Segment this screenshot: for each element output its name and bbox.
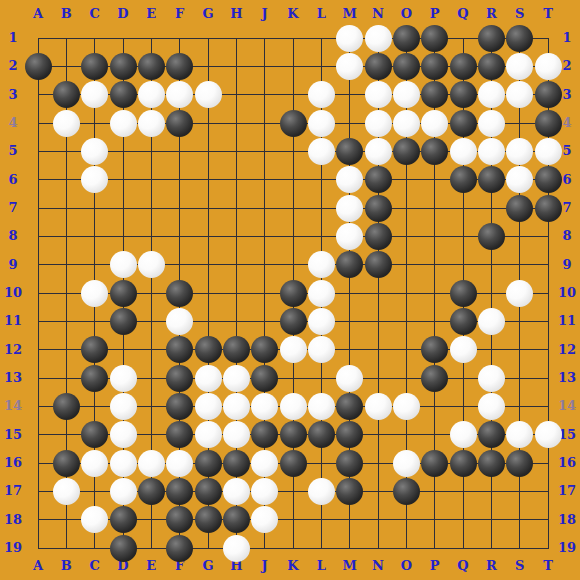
stone-white-G3: [195, 81, 222, 108]
stone-black-S7: [506, 195, 533, 222]
stone-black-N2: [365, 53, 392, 80]
stone-white-D16: [110, 450, 137, 477]
stone-white-G14: [195, 393, 222, 420]
stone-black-F13: [166, 365, 193, 392]
row-label-right-14: 14: [556, 398, 578, 414]
stone-white-L4: [308, 110, 335, 137]
col-label-bottom-T: T: [537, 558, 559, 574]
col-label-bottom-K: K: [282, 558, 304, 574]
stone-black-T3: [535, 81, 562, 108]
stone-black-P1: [421, 25, 448, 52]
stone-white-C6: [81, 166, 108, 193]
stone-white-C5: [81, 138, 108, 165]
stone-black-E17: [138, 478, 165, 505]
stone-black-B3: [53, 81, 80, 108]
stone-black-F2: [166, 53, 193, 80]
stone-white-B4: [53, 110, 80, 137]
row-label-right-12: 12: [556, 342, 578, 358]
stone-white-F3: [166, 81, 193, 108]
stone-black-Q3: [450, 81, 477, 108]
stone-black-F14: [166, 393, 193, 420]
stone-black-P3: [421, 81, 448, 108]
row-label-left-2: 2: [2, 58, 24, 74]
stone-white-C18: [81, 506, 108, 533]
stone-white-R13: [478, 365, 505, 392]
stone-black-O2: [393, 53, 420, 80]
row-label-left-7: 7: [2, 200, 24, 216]
row-label-right-1: 1: [556, 30, 578, 46]
col-label-top-E: E: [140, 6, 162, 22]
col-label-top-J: J: [254, 6, 276, 22]
stone-white-M7: [336, 195, 363, 222]
col-label-bottom-R: R: [480, 558, 502, 574]
stone-white-N5: [365, 138, 392, 165]
col-label-top-F: F: [169, 6, 191, 22]
row-label-left-6: 6: [2, 172, 24, 188]
stone-white-T5: [535, 138, 562, 165]
stone-black-Q2: [450, 53, 477, 80]
stone-black-P16: [421, 450, 448, 477]
stone-white-B17: [53, 478, 80, 505]
stone-black-D18: [110, 506, 137, 533]
stone-black-N7: [365, 195, 392, 222]
stone-black-F15: [166, 421, 193, 448]
stone-white-G15: [195, 421, 222, 448]
stone-black-M17: [336, 478, 363, 505]
stone-black-C15: [81, 421, 108, 448]
stone-black-K15: [280, 421, 307, 448]
stone-black-R15: [478, 421, 505, 448]
stone-white-K12: [280, 336, 307, 363]
stone-white-F16: [166, 450, 193, 477]
stone-black-Q11: [450, 308, 477, 335]
stone-black-O1: [393, 25, 420, 52]
row-label-left-18: 18: [2, 512, 24, 528]
stone-black-G17: [195, 478, 222, 505]
col-label-top-A: A: [27, 6, 49, 22]
stone-white-D17: [110, 478, 137, 505]
stone-white-C10: [81, 280, 108, 307]
col-label-top-O: O: [395, 6, 417, 22]
row-label-right-8: 8: [556, 228, 578, 244]
stone-black-F19: [166, 535, 193, 562]
col-label-bottom-G: G: [197, 558, 219, 574]
stone-black-C13: [81, 365, 108, 392]
stone-white-D14: [110, 393, 137, 420]
row-label-left-12: 12: [2, 342, 24, 358]
stone-white-F11: [166, 308, 193, 335]
row-label-right-10: 10: [556, 285, 578, 301]
stone-black-G18: [195, 506, 222, 533]
row-label-right-19: 19: [556, 540, 578, 556]
stone-white-L17: [308, 478, 335, 505]
stone-black-K16: [280, 450, 307, 477]
stone-black-F12: [166, 336, 193, 363]
stone-white-H15: [223, 421, 250, 448]
stone-black-R8: [478, 223, 505, 250]
stone-white-N3: [365, 81, 392, 108]
stone-black-M9: [336, 251, 363, 278]
stone-black-F17: [166, 478, 193, 505]
row-label-left-9: 9: [2, 257, 24, 273]
stone-white-R14: [478, 393, 505, 420]
row-label-right-17: 17: [556, 483, 578, 499]
stone-black-T7: [535, 195, 562, 222]
stone-black-A2: [25, 53, 52, 80]
stone-white-G13: [195, 365, 222, 392]
stone-white-L12: [308, 336, 335, 363]
col-label-top-T: T: [537, 6, 559, 22]
stone-black-D19: [110, 535, 137, 562]
stone-black-J13: [251, 365, 278, 392]
row-label-left-10: 10: [2, 285, 24, 301]
stone-white-O3: [393, 81, 420, 108]
stone-white-R4: [478, 110, 505, 137]
col-label-bottom-M: M: [339, 558, 361, 574]
stone-black-N9: [365, 251, 392, 278]
stone-white-S3: [506, 81, 533, 108]
stone-black-B16: [53, 450, 80, 477]
stone-white-R11: [478, 308, 505, 335]
stone-white-L10: [308, 280, 335, 307]
stone-white-M2: [336, 53, 363, 80]
stone-black-S1: [506, 25, 533, 52]
stone-white-Q5: [450, 138, 477, 165]
stone-white-L3: [308, 81, 335, 108]
stone-white-K14: [280, 393, 307, 420]
stone-white-J18: [251, 506, 278, 533]
stone-black-K11: [280, 308, 307, 335]
stone-white-Q12: [450, 336, 477, 363]
stone-black-Q6: [450, 166, 477, 193]
col-label-top-D: D: [112, 6, 134, 22]
stone-white-M13: [336, 365, 363, 392]
stone-black-P2: [421, 53, 448, 80]
col-label-top-Q: Q: [452, 6, 474, 22]
stone-white-L9: [308, 251, 335, 278]
stone-black-D10: [110, 280, 137, 307]
stone-black-M15: [336, 421, 363, 448]
stone-white-O4: [393, 110, 420, 137]
row-label-right-9: 9: [556, 257, 578, 273]
col-label-bottom-C: C: [84, 558, 106, 574]
row-label-left-16: 16: [2, 455, 24, 471]
stone-white-E4: [138, 110, 165, 137]
stone-white-H14: [223, 393, 250, 420]
stone-black-K10: [280, 280, 307, 307]
stone-black-Q4: [450, 110, 477, 137]
col-label-bottom-B: B: [55, 558, 77, 574]
stone-black-P13: [421, 365, 448, 392]
col-label-bottom-N: N: [367, 558, 389, 574]
stone-white-S2: [506, 53, 533, 80]
col-label-top-K: K: [282, 6, 304, 22]
stone-white-M8: [336, 223, 363, 250]
row-label-left-13: 13: [2, 370, 24, 386]
stone-white-C3: [81, 81, 108, 108]
stone-white-D4: [110, 110, 137, 137]
stone-white-L5: [308, 138, 335, 165]
stone-white-N4: [365, 110, 392, 137]
stone-black-S16: [506, 450, 533, 477]
stone-white-D13: [110, 365, 137, 392]
col-label-top-G: G: [197, 6, 219, 22]
stone-black-O17: [393, 478, 420, 505]
stone-black-M14: [336, 393, 363, 420]
stone-white-H19: [223, 535, 250, 562]
stone-black-J12: [251, 336, 278, 363]
stone-black-K4: [280, 110, 307, 137]
row-label-left-19: 19: [2, 540, 24, 556]
stone-black-P5: [421, 138, 448, 165]
row-label-right-18: 18: [556, 512, 578, 528]
stone-white-H17: [223, 478, 250, 505]
stone-black-R1: [478, 25, 505, 52]
stone-black-O5: [393, 138, 420, 165]
stone-black-N6: [365, 166, 392, 193]
col-label-top-C: C: [84, 6, 106, 22]
row-label-right-13: 13: [556, 370, 578, 386]
stone-white-E9: [138, 251, 165, 278]
col-label-bottom-P: P: [424, 558, 446, 574]
stone-black-H16: [223, 450, 250, 477]
row-label-left-17: 17: [2, 483, 24, 499]
col-label-bottom-S: S: [509, 558, 531, 574]
col-label-bottom-L: L: [310, 558, 332, 574]
row-label-left-1: 1: [2, 30, 24, 46]
stone-black-D3: [110, 81, 137, 108]
stone-white-R5: [478, 138, 505, 165]
col-label-top-P: P: [424, 6, 446, 22]
stone-black-D11: [110, 308, 137, 335]
stone-white-D15: [110, 421, 137, 448]
col-label-bottom-O: O: [395, 558, 417, 574]
stone-black-E2: [138, 53, 165, 80]
stone-white-J17: [251, 478, 278, 505]
stone-black-C12: [81, 336, 108, 363]
stone-black-F18: [166, 506, 193, 533]
stone-black-G12: [195, 336, 222, 363]
stone-white-P4: [421, 110, 448, 137]
row-label-left-14: 14: [2, 398, 24, 414]
stone-black-L15: [308, 421, 335, 448]
stone-black-R16: [478, 450, 505, 477]
stone-white-M6: [336, 166, 363, 193]
col-label-top-S: S: [509, 6, 531, 22]
stone-black-C2: [81, 53, 108, 80]
stone-black-B14: [53, 393, 80, 420]
stone-black-P12: [421, 336, 448, 363]
stone-white-J16: [251, 450, 278, 477]
stone-black-J15: [251, 421, 278, 448]
col-label-top-N: N: [367, 6, 389, 22]
stone-white-T15: [535, 421, 562, 448]
stone-white-J14: [251, 393, 278, 420]
stone-white-L14: [308, 393, 335, 420]
stone-black-D2: [110, 53, 137, 80]
stone-white-S10: [506, 280, 533, 307]
col-label-bottom-J: J: [254, 558, 276, 574]
stone-white-D9: [110, 251, 137, 278]
stone-white-E16: [138, 450, 165, 477]
col-label-top-R: R: [480, 6, 502, 22]
col-label-bottom-Q: Q: [452, 558, 474, 574]
stone-white-T2: [535, 53, 562, 80]
stone-white-H13: [223, 365, 250, 392]
stone-white-S5: [506, 138, 533, 165]
stone-black-F4: [166, 110, 193, 137]
stone-black-H18: [223, 506, 250, 533]
stone-black-H12: [223, 336, 250, 363]
stone-white-O16: [393, 450, 420, 477]
stone-white-E3: [138, 81, 165, 108]
stone-white-S15: [506, 421, 533, 448]
go-board[interactable]: AABBCCDDEEFFGGHHJJKKLLMMNNOOPPQQRRSSTT11…: [0, 0, 580, 580]
stone-black-M16: [336, 450, 363, 477]
stone-black-Q16: [450, 450, 477, 477]
stone-black-G16: [195, 450, 222, 477]
stone-white-L11: [308, 308, 335, 335]
row-label-left-3: 3: [2, 87, 24, 103]
stone-black-N8: [365, 223, 392, 250]
stone-white-N14: [365, 393, 392, 420]
stone-white-N1: [365, 25, 392, 52]
row-label-left-11: 11: [2, 313, 24, 329]
stone-black-M5: [336, 138, 363, 165]
col-label-top-M: M: [339, 6, 361, 22]
stone-black-R2: [478, 53, 505, 80]
row-label-left-8: 8: [2, 228, 24, 244]
stone-white-M1: [336, 25, 363, 52]
stone-black-T4: [535, 110, 562, 137]
col-label-top-H: H: [225, 6, 247, 22]
stone-white-S6: [506, 166, 533, 193]
col-label-top-B: B: [55, 6, 77, 22]
col-label-bottom-E: E: [140, 558, 162, 574]
col-label-top-L: L: [310, 6, 332, 22]
col-label-bottom-A: A: [27, 558, 49, 574]
row-label-left-15: 15: [2, 427, 24, 443]
row-label-left-5: 5: [2, 143, 24, 159]
stone-black-T6: [535, 166, 562, 193]
stone-white-R3: [478, 81, 505, 108]
row-label-left-4: 4: [2, 115, 24, 131]
stone-black-R6: [478, 166, 505, 193]
stone-white-Q15: [450, 421, 477, 448]
row-label-right-16: 16: [556, 455, 578, 471]
stone-white-O14: [393, 393, 420, 420]
stone-white-C16: [81, 450, 108, 477]
row-label-right-11: 11: [556, 313, 578, 329]
stone-black-Q10: [450, 280, 477, 307]
stone-black-F10: [166, 280, 193, 307]
